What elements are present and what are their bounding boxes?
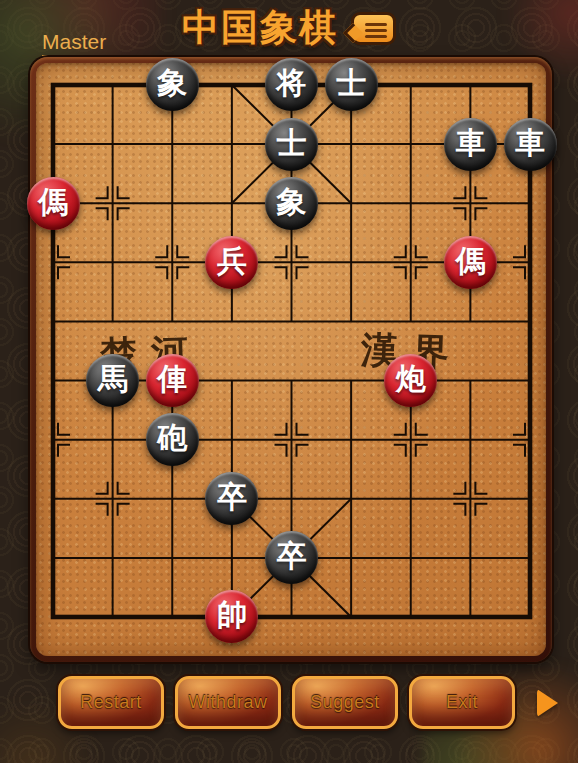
piece-glyph: 炮 (396, 359, 426, 400)
piece-red-cannon[interactable]: 炮 (384, 354, 437, 407)
piece-red-chariot[interactable]: 俥 (146, 354, 199, 407)
piece-red-soldier[interactable]: 兵 (205, 236, 258, 289)
piece-black-general[interactable]: 将 (265, 58, 318, 111)
piece-black-cannon[interactable]: 砲 (146, 413, 199, 466)
piece-glyph: 士 (336, 63, 366, 104)
suggest-button[interactable]: Suggest (292, 676, 398, 729)
play-arrow-icon (537, 689, 558, 717)
piece-glyph: 馬 (98, 359, 128, 400)
piece-glyph: 卒 (277, 536, 307, 577)
toolbar: Restart Withdraw Suggest Exit (58, 676, 563, 729)
piece-glyph: 卒 (217, 477, 247, 518)
piece-glyph: 砲 (157, 418, 187, 459)
piece-black-elephant[interactable]: 象 (146, 58, 199, 111)
withdraw-button[interactable]: Withdraw (175, 676, 281, 729)
piece-layer: 象将士士車車傌象兵傌馬俥炮砲卒卒帥 (23, 55, 560, 646)
piece-glyph: 象 (277, 182, 307, 223)
piece-black-advisor[interactable]: 士 (265, 118, 318, 171)
app-title: 中国象棋 (182, 3, 338, 53)
restart-button[interactable]: Restart (58, 676, 164, 729)
piece-black-horse[interactable]: 馬 (86, 354, 139, 407)
xiangqi-app: 中国象棋 Master 楚河 漢界 象将士士車車傌象兵傌馬俥炮砲卒卒帥 Rest… (0, 0, 578, 763)
piece-glyph: 車 (515, 123, 545, 164)
piece-glyph: 俥 (157, 359, 187, 400)
piece-red-horse[interactable]: 傌 (27, 177, 80, 230)
piece-black-advisor[interactable]: 士 (325, 58, 378, 111)
xiangqi-board[interactable]: 楚河 漢界 象将士士車車傌象兵傌馬俥炮砲卒卒帥 (30, 57, 552, 662)
piece-glyph: 象 (157, 63, 187, 104)
piece-glyph: 傌 (455, 241, 485, 282)
piece-black-soldier[interactable]: 卒 (205, 472, 258, 525)
menu-button[interactable] (351, 12, 396, 45)
exit-button-label: Exit (446, 692, 478, 713)
piece-red-horse[interactable]: 傌 (444, 236, 497, 289)
piece-black-elephant[interactable]: 象 (265, 177, 318, 230)
piece-glyph: 兵 (217, 241, 247, 282)
restart-button-label: Restart (80, 692, 142, 713)
suggest-button-label: Suggest (310, 692, 380, 713)
piece-glyph: 車 (455, 123, 485, 164)
next-arrow-button[interactable] (537, 687, 563, 719)
menu-lines-icon (365, 23, 387, 26)
piece-red-general[interactable]: 帥 (205, 590, 258, 643)
master-difficulty-link[interactable]: Master (42, 30, 106, 57)
withdraw-button-label: Withdraw (188, 692, 267, 713)
piece-glyph: 傌 (38, 182, 68, 223)
piece-black-chariot[interactable]: 車 (444, 118, 497, 171)
piece-black-soldier[interactable]: 卒 (265, 531, 318, 584)
piece-black-chariot[interactable]: 車 (504, 118, 557, 171)
exit-button[interactable]: Exit (409, 676, 515, 729)
piece-glyph: 帥 (217, 595, 247, 636)
piece-glyph: 士 (277, 123, 307, 164)
piece-glyph: 将 (277, 63, 307, 104)
